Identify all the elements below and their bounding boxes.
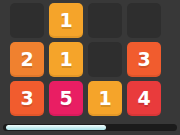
progress-bar bbox=[3, 124, 177, 131]
progress-fill bbox=[6, 125, 106, 130]
empty-cell-r0c2 bbox=[88, 3, 122, 38]
tile-2-r1c0[interactable]: 2 bbox=[10, 42, 44, 77]
empty-cell-r1c2 bbox=[88, 42, 122, 77]
tile-1-r0c1[interactable]: 1 bbox=[49, 3, 83, 38]
game-screen: 12133514 bbox=[0, 0, 180, 135]
tile-1-r1c1[interactable]: 1 bbox=[49, 42, 83, 77]
tile-4-r2c3[interactable]: 4 bbox=[127, 81, 161, 116]
empty-cell-r0c0 bbox=[10, 3, 44, 38]
tile-5-r2c1[interactable]: 5 bbox=[49, 81, 83, 116]
tile-3-r1c3[interactable]: 3 bbox=[127, 42, 161, 77]
tile-1-r2c2[interactable]: 1 bbox=[88, 81, 122, 116]
tile-3-r2c0[interactable]: 3 bbox=[10, 81, 44, 116]
empty-cell-r0c3 bbox=[127, 3, 161, 38]
board-grid: 12133514 bbox=[10, 3, 161, 116]
